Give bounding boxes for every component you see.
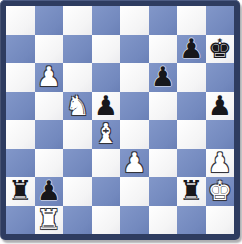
square-h7[interactable]: ♚ xyxy=(206,35,235,64)
square-a6[interactable] xyxy=(6,63,35,92)
square-g2[interactable]: ♜ xyxy=(177,177,206,206)
square-c2[interactable] xyxy=(63,177,92,206)
chess-board-frame: ♟♚♟♟♞♟♟♝♟♟♜♟♜♚♜ xyxy=(0,0,240,240)
white-rook-icon: ♜ xyxy=(37,206,61,234)
square-e3[interactable]: ♟ xyxy=(120,149,149,178)
square-h4[interactable] xyxy=(206,120,235,149)
square-c1[interactable] xyxy=(63,206,92,235)
square-b6[interactable]: ♟ xyxy=(35,63,64,92)
square-f8[interactable] xyxy=(149,6,178,35)
square-g7[interactable]: ♟ xyxy=(177,35,206,64)
white-bishop-icon: ♝ xyxy=(94,120,118,148)
white-pawn-icon: ♟ xyxy=(122,149,146,177)
black-king-icon: ♚ xyxy=(208,35,232,63)
white-pawn-icon: ♟ xyxy=(37,63,61,91)
black-rook-icon: ♜ xyxy=(8,177,32,205)
square-c4[interactable] xyxy=(63,120,92,149)
square-h6[interactable] xyxy=(206,63,235,92)
square-e8[interactable] xyxy=(120,6,149,35)
black-pawn-icon: ♟ xyxy=(179,35,203,63)
square-c8[interactable] xyxy=(63,6,92,35)
square-e4[interactable] xyxy=(120,120,149,149)
square-a3[interactable] xyxy=(6,149,35,178)
square-e1[interactable] xyxy=(120,206,149,235)
square-g4[interactable] xyxy=(177,120,206,149)
square-a7[interactable] xyxy=(6,35,35,64)
black-rook-icon: ♜ xyxy=(179,177,203,205)
square-f5[interactable] xyxy=(149,92,178,121)
square-e6[interactable] xyxy=(120,63,149,92)
square-h1[interactable] xyxy=(206,206,235,235)
square-d8[interactable] xyxy=(92,6,121,35)
square-e5[interactable] xyxy=(120,92,149,121)
black-pawn-icon: ♟ xyxy=(94,92,118,120)
square-d1[interactable] xyxy=(92,206,121,235)
square-f1[interactable] xyxy=(149,206,178,235)
square-f3[interactable] xyxy=(149,149,178,178)
square-g1[interactable] xyxy=(177,206,206,235)
square-b5[interactable] xyxy=(35,92,64,121)
square-c7[interactable] xyxy=(63,35,92,64)
square-f7[interactable] xyxy=(149,35,178,64)
square-d3[interactable] xyxy=(92,149,121,178)
white-king-icon: ♚ xyxy=(208,177,232,205)
square-b4[interactable] xyxy=(35,120,64,149)
square-h2[interactable]: ♚ xyxy=(206,177,235,206)
square-c5[interactable]: ♞ xyxy=(63,92,92,121)
square-e2[interactable] xyxy=(120,177,149,206)
square-a2[interactable]: ♜ xyxy=(6,177,35,206)
square-a1[interactable] xyxy=(6,206,35,235)
square-g5[interactable] xyxy=(177,92,206,121)
white-knight-icon: ♞ xyxy=(65,92,89,120)
square-g3[interactable] xyxy=(177,149,206,178)
square-h3[interactable]: ♟ xyxy=(206,149,235,178)
square-d7[interactable] xyxy=(92,35,121,64)
square-h8[interactable] xyxy=(206,6,235,35)
square-c3[interactable] xyxy=(63,149,92,178)
square-c6[interactable] xyxy=(63,63,92,92)
square-f6[interactable]: ♟ xyxy=(149,63,178,92)
chess-board: ♟♚♟♟♞♟♟♝♟♟♜♟♜♚♜ xyxy=(6,6,234,234)
square-f2[interactable] xyxy=(149,177,178,206)
white-pawn-icon: ♟ xyxy=(208,149,232,177)
square-g6[interactable] xyxy=(177,63,206,92)
square-b1[interactable]: ♜ xyxy=(35,206,64,235)
black-pawn-icon: ♟ xyxy=(37,177,61,205)
screenshot-canvas: ♟♚♟♟♞♟♟♝♟♟♜♟♜♚♜ xyxy=(0,0,242,244)
square-d6[interactable] xyxy=(92,63,121,92)
square-b3[interactable] xyxy=(35,149,64,178)
square-b8[interactable] xyxy=(35,6,64,35)
square-e7[interactable] xyxy=(120,35,149,64)
square-b7[interactable] xyxy=(35,35,64,64)
square-d4[interactable]: ♝ xyxy=(92,120,121,149)
square-a4[interactable] xyxy=(6,120,35,149)
square-a5[interactable] xyxy=(6,92,35,121)
square-d2[interactable] xyxy=(92,177,121,206)
square-d5[interactable]: ♟ xyxy=(92,92,121,121)
square-g8[interactable] xyxy=(177,6,206,35)
square-b2[interactable]: ♟ xyxy=(35,177,64,206)
square-h5[interactable]: ♟ xyxy=(206,92,235,121)
square-a8[interactable] xyxy=(6,6,35,35)
black-pawn-icon: ♟ xyxy=(208,92,232,120)
black-pawn-icon: ♟ xyxy=(151,63,175,91)
square-f4[interactable] xyxy=(149,120,178,149)
